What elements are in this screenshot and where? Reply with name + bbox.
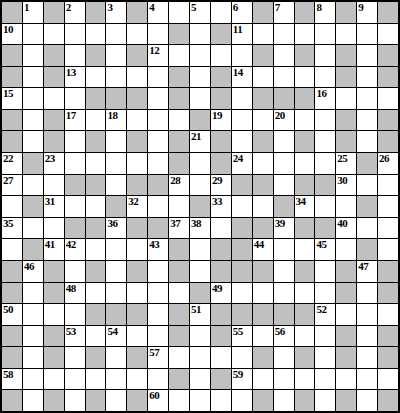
cell[interactable] — [23, 390, 43, 411]
cell[interactable]: 16 — [315, 88, 335, 109]
clue-number: 27 — [3, 175, 13, 187]
cell[interactable] — [2, 196, 22, 217]
clue-number: 17 — [66, 110, 76, 122]
clue-number: 29 — [212, 175, 222, 187]
cell[interactable]: 52 — [315, 304, 335, 325]
cell[interactable] — [148, 131, 168, 152]
cell[interactable]: 40 — [336, 218, 356, 239]
cell[interactable] — [357, 131, 377, 152]
cell[interactable] — [274, 24, 294, 45]
cell[interactable]: 49 — [211, 283, 231, 304]
cell[interactable] — [211, 347, 231, 368]
cell[interactable]: 43 — [148, 239, 168, 260]
cell[interactable]: 33 — [211, 196, 231, 217]
cell[interactable] — [148, 67, 168, 88]
cell[interactable] — [336, 24, 356, 45]
cell[interactable]: 55 — [232, 326, 252, 347]
cell[interactable]: 12 — [148, 45, 168, 66]
cell[interactable]: 21 — [190, 131, 210, 152]
cell[interactable] — [378, 24, 398, 45]
cell[interactable] — [357, 304, 377, 325]
cell[interactable] — [336, 369, 356, 390]
cell[interactable]: 24 — [232, 153, 252, 174]
cell[interactable] — [378, 369, 398, 390]
cell[interactable] — [23, 369, 43, 390]
clue-number: 57 — [149, 347, 159, 359]
blocked-cell — [336, 67, 356, 88]
cell[interactable] — [127, 326, 147, 347]
cell[interactable]: 47 — [357, 261, 377, 282]
cell[interactable] — [169, 283, 189, 304]
cell[interactable] — [232, 88, 252, 109]
cell[interactable]: 7 — [274, 2, 294, 23]
cell[interactable] — [23, 304, 43, 325]
cell[interactable] — [315, 67, 335, 88]
cell[interactable]: 19 — [211, 110, 231, 131]
cell[interactable] — [127, 24, 147, 45]
cell[interactable] — [23, 283, 43, 304]
cell[interactable] — [295, 153, 315, 174]
cell[interactable] — [315, 45, 335, 66]
cell[interactable] — [378, 304, 398, 325]
cell[interactable] — [169, 110, 189, 131]
cell[interactable]: 48 — [65, 283, 85, 304]
cell[interactable] — [148, 24, 168, 45]
blocked-cell — [315, 218, 335, 239]
cell[interactable]: 15 — [2, 88, 22, 109]
cell[interactable] — [127, 239, 147, 260]
clue-number: 35 — [3, 218, 13, 230]
cell[interactable] — [65, 347, 85, 368]
blocked-cell — [86, 2, 106, 23]
cell[interactable] — [274, 347, 294, 368]
clue-number: 23 — [45, 153, 55, 165]
cell[interactable] — [44, 88, 64, 109]
cell[interactable] — [357, 67, 377, 88]
cell[interactable] — [232, 283, 252, 304]
cell[interactable] — [127, 153, 147, 174]
clue-number: 21 — [191, 131, 201, 143]
cell[interactable] — [253, 110, 273, 131]
clue-number: 3 — [107, 2, 112, 14]
cell[interactable]: 35 — [2, 218, 22, 239]
clue-number: 15 — [3, 88, 13, 100]
blocked-cell — [44, 67, 64, 88]
cell[interactable] — [274, 283, 294, 304]
cell[interactable] — [274, 67, 294, 88]
cell[interactable]: 51 — [190, 304, 210, 325]
cell[interactable] — [274, 261, 294, 282]
cell[interactable] — [23, 218, 43, 239]
cell[interactable] — [23, 326, 43, 347]
cell[interactable] — [86, 24, 106, 45]
blocked-cell — [190, 196, 210, 217]
cell[interactable] — [190, 261, 210, 282]
cell[interactable] — [106, 45, 126, 66]
blocked-cell — [211, 326, 231, 347]
blocked-cell — [295, 261, 315, 282]
cell[interactable] — [127, 369, 147, 390]
blocked-cell — [336, 283, 356, 304]
cell[interactable]: 1 — [23, 2, 43, 23]
blocked-cell — [127, 304, 147, 325]
clue-number: 7 — [275, 2, 280, 14]
cell[interactable] — [315, 131, 335, 152]
blocked-cell — [127, 88, 147, 109]
cell[interactable] — [357, 218, 377, 239]
cell[interactable]: 45 — [315, 239, 335, 260]
cell[interactable] — [295, 369, 315, 390]
cell[interactable]: 28 — [169, 175, 189, 196]
blocked-cell — [169, 369, 189, 390]
cell[interactable] — [86, 67, 106, 88]
cell[interactable] — [106, 239, 126, 260]
cell[interactable] — [232, 131, 252, 152]
cell[interactable]: 54 — [106, 326, 126, 347]
cell[interactable] — [253, 369, 273, 390]
cell[interactable]: 11 — [232, 24, 252, 45]
cell[interactable] — [357, 390, 377, 411]
cell[interactable] — [232, 110, 252, 131]
cell[interactable] — [295, 326, 315, 347]
cell[interactable] — [44, 218, 64, 239]
cell[interactable]: 34 — [295, 196, 315, 217]
cell[interactable] — [315, 24, 335, 45]
cell[interactable]: 42 — [65, 239, 85, 260]
cell[interactable] — [378, 88, 398, 109]
blocked-cell — [211, 369, 231, 390]
blocked-cell — [295, 347, 315, 368]
blocked-cell — [253, 218, 273, 239]
cell[interactable] — [378, 239, 398, 260]
cell[interactable] — [86, 239, 106, 260]
cell[interactable] — [127, 67, 147, 88]
cell[interactable]: 36 — [106, 218, 126, 239]
cell[interactable]: 26 — [378, 153, 398, 174]
cell[interactable] — [106, 390, 126, 411]
cell[interactable] — [315, 369, 335, 390]
cell[interactable] — [378, 175, 398, 196]
clue-number: 32 — [128, 196, 138, 208]
cell[interactable] — [23, 131, 43, 152]
cell[interactable] — [274, 131, 294, 152]
clue-number: 52 — [316, 304, 326, 316]
cell[interactable]: 46 — [23, 261, 43, 282]
cell[interactable] — [357, 110, 377, 131]
cell[interactable] — [274, 369, 294, 390]
cell[interactable] — [86, 153, 106, 174]
cell[interactable] — [106, 283, 126, 304]
cell[interactable] — [253, 24, 273, 45]
blocked-cell — [169, 24, 189, 45]
clue-number: 34 — [296, 196, 306, 208]
cell[interactable] — [23, 347, 43, 368]
cell[interactable] — [148, 110, 168, 131]
cell[interactable] — [190, 347, 210, 368]
cell[interactable]: 39 — [274, 218, 294, 239]
cell[interactable] — [190, 326, 210, 347]
cell[interactable]: 14 — [232, 67, 252, 88]
clue-number: 1 — [24, 2, 29, 14]
blocked-cell — [86, 88, 106, 109]
blocked-cell — [378, 131, 398, 152]
cell[interactable] — [65, 24, 85, 45]
blocked-cell — [211, 153, 231, 174]
blocked-cell — [211, 239, 231, 260]
cell[interactable] — [65, 45, 85, 66]
cell[interactable] — [190, 24, 210, 45]
cell[interactable] — [295, 239, 315, 260]
blocked-cell — [253, 131, 273, 152]
cell[interactable] — [23, 88, 43, 109]
blocked-cell — [86, 390, 106, 411]
cell[interactable] — [44, 304, 64, 325]
cell[interactable] — [65, 196, 85, 217]
cell[interactable] — [86, 326, 106, 347]
clue-number: 44 — [254, 239, 264, 251]
blocked-cell — [336, 2, 356, 23]
cell[interactable] — [357, 24, 377, 45]
cell[interactable] — [65, 261, 85, 282]
cell[interactable] — [44, 24, 64, 45]
cell[interactable]: 38 — [190, 218, 210, 239]
cell[interactable] — [232, 45, 252, 66]
cell[interactable] — [357, 175, 377, 196]
blocked-cell — [2, 390, 22, 411]
cell[interactable] — [295, 67, 315, 88]
cell[interactable] — [169, 2, 189, 23]
blocked-cell — [295, 390, 315, 411]
blocked-cell — [232, 261, 252, 282]
cell[interactable]: 27 — [2, 175, 22, 196]
cell[interactable] — [23, 175, 43, 196]
blocked-cell — [211, 304, 231, 325]
blocked-cell — [336, 110, 356, 131]
clue-number: 30 — [337, 175, 347, 187]
cell[interactable] — [274, 239, 294, 260]
cell[interactable] — [336, 88, 356, 109]
cell[interactable]: 60 — [148, 390, 168, 411]
cell[interactable]: 41 — [44, 239, 64, 260]
cell[interactable] — [357, 283, 377, 304]
blocked-cell — [378, 67, 398, 88]
cell[interactable]: 56 — [274, 326, 294, 347]
blocked-cell — [253, 2, 273, 23]
cell[interactable] — [295, 283, 315, 304]
cell[interactable]: 32 — [127, 196, 147, 217]
cell[interactable] — [148, 283, 168, 304]
blocked-cell — [378, 390, 398, 411]
cell[interactable]: 2 — [65, 2, 85, 23]
cell[interactable]: 30 — [336, 175, 356, 196]
blocked-cell — [127, 347, 147, 368]
cell[interactable] — [44, 175, 64, 196]
cell[interactable] — [86, 110, 106, 131]
cell[interactable] — [86, 369, 106, 390]
cell[interactable] — [253, 67, 273, 88]
cell[interactable] — [274, 390, 294, 411]
blocked-cell — [274, 304, 294, 325]
cell[interactable] — [190, 175, 210, 196]
cell[interactable] — [65, 390, 85, 411]
clue-number: 36 — [107, 218, 117, 230]
cell[interactable] — [274, 153, 294, 174]
cell[interactable]: 22 — [2, 153, 22, 174]
cell[interactable] — [211, 218, 231, 239]
cell[interactable]: 13 — [65, 67, 85, 88]
cell[interactable] — [86, 196, 106, 217]
cell[interactable] — [295, 24, 315, 45]
cell[interactable] — [86, 283, 106, 304]
cell[interactable] — [106, 153, 126, 174]
clue-number: 50 — [3, 304, 13, 316]
cell[interactable] — [106, 175, 126, 196]
cell[interactable] — [190, 153, 210, 174]
cell[interactable] — [190, 67, 210, 88]
cell[interactable] — [65, 153, 85, 174]
cell[interactable]: 9 — [357, 2, 377, 23]
cell[interactable] — [106, 67, 126, 88]
cell[interactable] — [190, 88, 210, 109]
cell[interactable] — [148, 196, 168, 217]
clue-number: 26 — [379, 153, 389, 165]
blocked-cell — [295, 304, 315, 325]
cell[interactable] — [336, 239, 356, 260]
cell[interactable] — [315, 347, 335, 368]
cell[interactable] — [378, 218, 398, 239]
clue-number: 9 — [358, 2, 363, 14]
clue-number: 38 — [191, 218, 201, 230]
cell[interactable]: 58 — [2, 369, 22, 390]
cell[interactable] — [148, 326, 168, 347]
blocked-cell — [106, 196, 126, 217]
clue-number: 20 — [275, 110, 285, 122]
cell[interactable] — [253, 153, 273, 174]
cell[interactable] — [315, 196, 335, 217]
cell[interactable]: 44 — [253, 239, 273, 260]
cell[interactable] — [253, 326, 273, 347]
blocked-cell — [336, 390, 356, 411]
cell[interactable] — [315, 326, 335, 347]
cell[interactable]: 31 — [44, 196, 64, 217]
cell[interactable] — [295, 110, 315, 131]
cell[interactable]: 5 — [190, 2, 210, 23]
cell[interactable]: 18 — [106, 110, 126, 131]
blocked-cell — [2, 45, 22, 66]
cell[interactable] — [357, 326, 377, 347]
blocked-cell — [2, 283, 22, 304]
cell[interactable] — [232, 390, 252, 411]
cell[interactable] — [127, 283, 147, 304]
cell[interactable] — [23, 45, 43, 66]
cell[interactable] — [274, 45, 294, 66]
cell[interactable]: 4 — [148, 2, 168, 23]
clue-number: 42 — [66, 239, 76, 251]
cell[interactable]: 3 — [106, 2, 126, 23]
cell[interactable] — [211, 45, 231, 66]
cell[interactable] — [211, 2, 231, 23]
blocked-cell — [169, 153, 189, 174]
cell[interactable] — [106, 261, 126, 282]
cell[interactable] — [274, 175, 294, 196]
cell[interactable] — [148, 261, 168, 282]
cell[interactable] — [190, 369, 210, 390]
cell[interactable] — [106, 24, 126, 45]
cell[interactable] — [148, 304, 168, 325]
cell[interactable] — [315, 261, 335, 282]
blocked-cell — [336, 45, 356, 66]
cell[interactable]: 25 — [336, 153, 356, 174]
cell[interactable] — [315, 283, 335, 304]
cell[interactable] — [106, 347, 126, 368]
cell[interactable] — [65, 131, 85, 152]
cell[interactable] — [357, 88, 377, 109]
cell[interactable] — [169, 347, 189, 368]
cell[interactable] — [357, 45, 377, 66]
cell[interactable] — [169, 390, 189, 411]
cell[interactable] — [148, 369, 168, 390]
cell[interactable] — [232, 196, 252, 217]
cell[interactable]: 57 — [148, 347, 168, 368]
cell[interactable] — [65, 304, 85, 325]
cell[interactable]: 59 — [232, 369, 252, 390]
cell[interactable]: 17 — [65, 110, 85, 131]
cell[interactable] — [44, 369, 64, 390]
cell[interactable] — [378, 196, 398, 217]
cell[interactable] — [169, 45, 189, 66]
cell[interactable]: 10 — [2, 24, 22, 45]
cell[interactable] — [357, 347, 377, 368]
cell[interactable] — [2, 239, 22, 260]
cell[interactable] — [127, 110, 147, 131]
clue-number: 31 — [45, 196, 55, 208]
cell[interactable] — [169, 196, 189, 217]
cell[interactable]: 20 — [274, 110, 294, 131]
cell[interactable] — [357, 369, 377, 390]
cell[interactable] — [106, 369, 126, 390]
cell[interactable] — [211, 390, 231, 411]
cell[interactable]: 23 — [44, 153, 64, 174]
cell[interactable]: 8 — [315, 2, 335, 23]
cell[interactable]: 53 — [65, 326, 85, 347]
cell[interactable] — [23, 24, 43, 45]
cell[interactable] — [315, 153, 335, 174]
cell[interactable] — [336, 304, 356, 325]
cell[interactable] — [65, 369, 85, 390]
cell[interactable] — [232, 347, 252, 368]
cell[interactable] — [23, 110, 43, 131]
clue-number: 55 — [233, 326, 243, 338]
cell[interactable] — [65, 88, 85, 109]
cell[interactable] — [23, 67, 43, 88]
cell[interactable] — [315, 390, 335, 411]
cell[interactable] — [253, 283, 273, 304]
blocked-cell — [127, 2, 147, 23]
cell[interactable]: 6 — [232, 2, 252, 23]
cell[interactable] — [148, 88, 168, 109]
cell[interactable] — [336, 196, 356, 217]
cell[interactable] — [190, 390, 210, 411]
cell[interactable] — [253, 196, 273, 217]
cell[interactable] — [148, 153, 168, 174]
cell[interactable] — [106, 131, 126, 152]
cell[interactable]: 37 — [169, 218, 189, 239]
cell[interactable]: 29 — [211, 175, 231, 196]
cell[interactable] — [315, 110, 335, 131]
cell[interactable]: 50 — [2, 304, 22, 325]
cell[interactable] — [190, 239, 210, 260]
cell[interactable] — [190, 45, 210, 66]
